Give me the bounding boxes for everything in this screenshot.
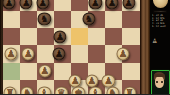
move-list-panel[interactable]: 1. d4 d52. b4 Nf63. a4 e54. c3 Nc65. h4 … [152,14,170,28]
square-a6[interactable] [3,11,20,28]
square-g5[interactable] [105,28,122,45]
square-a3[interactable] [3,63,20,80]
avatar-fringe [154,74,165,77]
square-h3[interactable] [122,63,139,80]
piece-white-knight-g1[interactable]: ♞ [106,86,119,94]
square-e5[interactable] [71,28,88,45]
square-d6[interactable] [54,11,71,28]
piece-white-knight-b1[interactable]: ♞ [21,86,34,94]
square-c4[interactable] [37,45,54,62]
square-d7[interactable] [54,0,71,11]
piece-white-king-e1[interactable]: ♚ [72,86,85,94]
square-b5[interactable] [20,28,37,45]
captured-white-pawn-icon: ♙ [152,37,157,44]
square-h6[interactable] [122,11,139,28]
square-h5[interactable] [122,28,139,45]
sidebar: 1. d4 d52. b4 Nf63. a4 e54. c3 Nc65. h4 … [150,0,170,94]
opponent-avatar [153,0,169,8]
captured-pieces-tray: ♙ [152,28,168,36]
avatar-eye-right [161,81,163,83]
square-f5[interactable] [88,28,105,45]
square-c5[interactable] [37,28,54,45]
chess-app-window: ♟♟♟♟♟♟♞♞♟♟♟♟♟♟♟♟♟♜♞♝♛♚♝♞♜ 1. d4 d52. b4 … [0,0,170,94]
square-e4[interactable] [71,45,88,62]
board-frame-right [140,0,151,94]
piece-white-bishop-f1[interactable]: ♝ [89,86,102,94]
opponent-nameplate [153,10,167,13]
board-viewport: ♟♟♟♟♟♟♞♞♟♟♟♟♟♟♟♟♟♜♞♝♛♚♝♞♜ [3,0,140,94]
chess-board[interactable]: ♟♟♟♟♟♟♞♞♟♟♟♟♟♟♟♟♟♜♞♝♛♚♝♞♜ [3,0,140,94]
square-b3[interactable] [20,63,37,80]
square-b6[interactable] [20,11,37,28]
square-g6[interactable] [105,11,122,28]
move-list: 1. d4 d52. b4 Nf63. a4 e54. c3 Nc65. h4 … [152,14,170,27]
square-f4[interactable] [88,45,105,62]
square-e7[interactable] [71,0,88,11]
avatar-eye-left [156,81,158,83]
piece-white-rook-h1[interactable]: ♜ [123,86,136,94]
piece-white-bishop-c1[interactable]: ♝ [38,86,51,94]
piece-white-rook-a1[interactable]: ♜ [3,86,16,94]
piece-white-queen-d1[interactable]: ♛ [55,86,68,94]
active-player-avatar [151,70,170,95]
square-a5[interactable] [3,28,20,45]
